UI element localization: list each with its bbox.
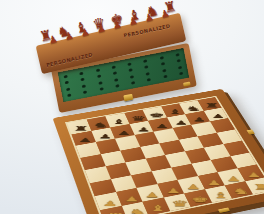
lid-piece-pawn: ♟ <box>80 27 91 39</box>
piece-hole <box>162 69 166 73</box>
piece-hole <box>111 65 115 69</box>
piece-hole <box>115 84 119 88</box>
lid-piece-pawn: ♟ <box>144 12 155 24</box>
piece-hole <box>163 75 167 79</box>
piece-hole <box>178 66 182 70</box>
piece-hole <box>147 78 151 82</box>
piece-hole <box>159 56 163 60</box>
piece-hole <box>63 75 67 79</box>
piece-hole <box>130 75 134 79</box>
piece-hole <box>175 53 179 57</box>
piece-hole <box>98 81 102 85</box>
piece-hole <box>143 59 147 63</box>
piece-hole <box>66 87 70 91</box>
piece-hole <box>82 84 86 88</box>
piece-hole <box>67 94 71 98</box>
brass-clasp-icon <box>123 94 133 102</box>
piece-hole <box>131 81 135 85</box>
piece-hole <box>95 68 99 72</box>
piece-hole <box>97 75 101 79</box>
piece-hole <box>81 78 85 82</box>
lid-piece-pawn: ♟ <box>64 30 75 42</box>
piece-hole <box>79 71 83 75</box>
piece-hole <box>83 91 87 95</box>
piece-hole <box>114 78 118 82</box>
piece-hole <box>146 72 150 76</box>
lid-piece-pawn: ♟ <box>48 34 59 46</box>
piece-hole <box>65 81 69 85</box>
lid-piece-pawn: ♟ <box>112 19 123 31</box>
piece-hole <box>99 87 103 91</box>
piece-hole <box>179 72 183 76</box>
piece-hole <box>129 68 133 72</box>
lid-piece-pawn: ♟ <box>128 16 139 28</box>
chess-board-grid: ♜♞♝♛♚♝♞♜♟♟♟♟♟♟♟♟♟♟♟♟♟♟♟♟♜♞♝♛♚♝♞♜ <box>65 96 264 214</box>
lid-piece-pawn: ♟ <box>96 23 107 35</box>
piece-hole <box>113 72 117 76</box>
brass-hinge-icon <box>183 81 191 86</box>
chess-piece-white-rook: ♜ <box>250 183 264 191</box>
brass-hinge-icon <box>218 207 230 213</box>
product-photo-scene: ♜♞♝♛♚♝♞♜ ♟♟♟♟♟♟♟♟ PERSONALIZED PERSONALI… <box>0 0 264 214</box>
piece-hole <box>127 62 131 66</box>
piece-hole <box>160 62 164 66</box>
piece-hole <box>176 59 180 63</box>
lid-piece-pawn: ♟ <box>160 8 171 20</box>
piece-hole <box>145 65 149 69</box>
